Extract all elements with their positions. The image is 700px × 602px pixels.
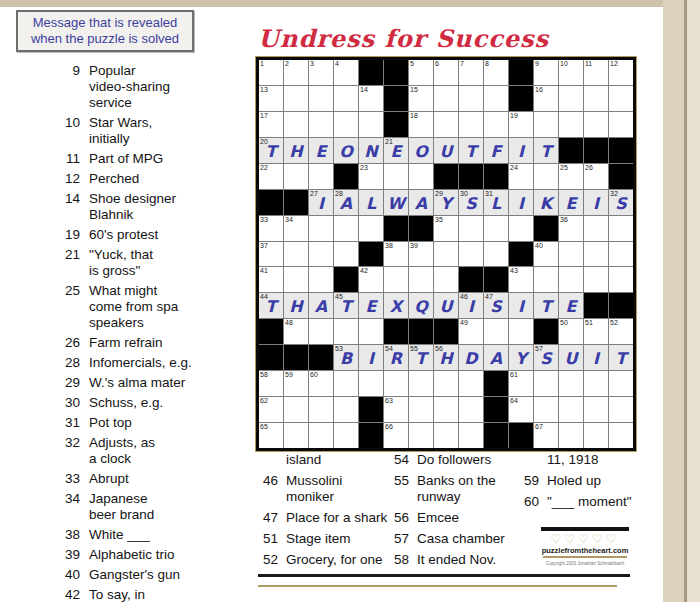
clue-number: 54 [391,452,409,468]
grid-cell[interactable] [484,112,508,137]
badge-copyright: Copyright 2003 Jonathan Schmalzbach [540,561,630,567]
grid-cell-black [559,138,583,163]
cell-number: 49 [460,319,468,327]
clue-text: What mightcome from spaspeakers [89,283,178,331]
bottom-clue-col-3: 11, 191859Holed up60"___ moment" [513,452,663,515]
grid-cell[interactable] [284,86,308,111]
revealed-letter: O [334,143,358,161]
grid-cell[interactable]: I [509,138,533,163]
clue-text: Farm refrain [89,335,163,351]
grid-cell[interactable]: Y [509,345,533,370]
grid-cell[interactable]: 20T [259,138,283,163]
clue: 32Adjusts, asa clock [28,435,248,467]
grid-cell[interactable] [334,216,358,241]
grid-cell[interactable]: 55T [409,345,433,370]
grid-cell[interactable] [359,112,383,137]
grid-cell[interactable]: D [459,345,483,370]
cell-number: 14 [360,86,368,94]
grid-cell[interactable] [309,164,333,189]
grid-cell[interactable]: 36 [559,216,583,241]
grid-cell[interactable]: I [509,293,533,318]
grid-cell[interactable]: 40 [534,242,558,267]
grid-cell[interactable]: 34 [284,216,308,241]
cell-number: 28 [335,190,343,198]
clue-text: Abrupt [89,471,129,487]
revealed-letter: D [459,350,483,368]
publisher-badge: ♡♡♡♡♡ puzzlefromtheheart.com Copyright 2… [540,527,630,567]
grid-cell[interactable]: 44T [259,293,283,318]
grid-cell[interactable] [459,371,483,396]
grid-cell-black [334,267,358,292]
grid-cell[interactable] [309,423,333,448]
clue: 1960's protest [28,227,248,243]
grid-cell[interactable] [584,216,608,241]
cell-number: 42 [360,267,368,275]
grid-cell[interactable]: Q [409,293,433,318]
grid-cell[interactable]: 53B [334,345,358,370]
grid-cell[interactable]: 1 [259,60,283,85]
cell-number: 61 [510,371,518,379]
grid-cell[interactable] [559,267,583,292]
grid-cell-black [309,345,333,370]
grid-cell[interactable]: 58 [259,371,283,396]
revealed-letter: U [434,298,458,316]
grid-cell[interactable]: L [359,190,383,215]
grid-cell[interactable] [409,371,433,396]
hearts-icon: ♡♡♡♡♡ [540,532,630,546]
grid-cell[interactable]: 27I [309,190,333,215]
grid-cell[interactable] [534,397,558,422]
grid-cell[interactable]: T [609,345,633,370]
grid-cell[interactable]: 56H [434,345,458,370]
grid-cell[interactable] [584,242,608,267]
grid-cell[interactable]: 60 [309,371,333,396]
grid-cell[interactable] [584,371,608,396]
grid-cell[interactable]: 59 [284,371,308,396]
grid-cell[interactable] [609,397,633,422]
grid-cell[interactable]: N [359,138,383,163]
grid-cell[interactable]: 28A [334,190,358,215]
grid-cell[interactable]: 24 [509,164,533,189]
grid-cell[interactable]: A [309,293,333,318]
grid-cell[interactable] [459,112,483,137]
clue: 59Holed up [513,473,663,489]
grid-cell[interactable]: T [459,138,483,163]
grid-cell[interactable]: K [534,190,558,215]
clue-number: 14 [28,191,80,223]
grid-cell[interactable]: I [509,190,533,215]
grid-cell[interactable]: 49 [459,319,483,344]
cell-number: 32 [610,190,618,198]
grid-cell[interactable]: 50 [559,319,583,344]
clue-text: "___ moment" [547,494,632,510]
clue: 60"___ moment" [513,494,663,510]
grid-cell[interactable] [284,267,308,292]
clue-text: Perched [89,171,139,187]
grid-cell[interactable] [459,242,483,267]
grid-cell[interactable] [559,86,583,111]
grid-cell[interactable] [284,423,308,448]
grid-cell[interactable]: U [434,138,458,163]
clue-text: Infomercials, e.g. [89,355,192,371]
grid-cell[interactable]: 43 [509,267,533,292]
grid-cell[interactable]: 37 [259,242,283,267]
grid-cell[interactable] [409,397,433,422]
grid-cell[interactable] [434,397,458,422]
grid-cell[interactable]: 51 [584,319,608,344]
grid-cell[interactable]: 62 [259,397,283,422]
clue-text: "Yuck, thatis gross" [89,247,153,279]
clue-number: 46 [260,473,278,505]
grid-cell[interactable]: 21E [384,138,408,163]
grid-cell[interactable] [309,216,333,241]
clue-number: 11 [28,151,80,167]
grid-cell-black [409,319,433,344]
grid-cell-black [509,242,533,267]
grid-cell[interactable]: 46I [459,293,483,318]
clue-number: 31 [28,415,80,431]
grid-cell[interactable]: 18 [409,112,433,137]
clue-number: 39 [28,547,80,563]
cell-number: 60 [310,371,318,379]
revealed-letter: T [609,350,633,368]
grid-cell[interactable] [359,371,383,396]
grid-cell[interactable] [434,423,458,448]
grid-cell[interactable]: H [284,138,308,163]
clue: 29W.'s alma mater [28,375,248,391]
revealed-letter: T [534,298,558,316]
grid-cell[interactable]: 5 [409,60,433,85]
crossword-grid: 1234567891011121314151617181920THEON21EO… [259,60,633,448]
grid-cell[interactable] [434,242,458,267]
cell-number: 6 [435,60,439,68]
grid-cell[interactable]: 2 [284,60,308,85]
grid-cell[interactable]: 16 [534,86,558,111]
grid-cell[interactable]: 12 [609,60,633,85]
grid-cell[interactable]: 41 [259,267,283,292]
clue-number: 58 [391,552,409,568]
cell-number: 19 [510,112,518,120]
grid-cell-black [459,267,483,292]
grid-cell[interactable]: T [534,138,558,163]
grid-cell[interactable]: 48 [284,319,308,344]
grid-cell[interactable]: U [559,345,583,370]
cell-number: 5 [410,60,414,68]
revealed-letter: T [534,143,558,161]
grid-cell[interactable] [334,242,358,267]
grid-cell[interactable]: W [384,190,408,215]
grid-cell[interactable] [609,86,633,111]
revealed-letter: U [434,143,458,161]
grid-cell[interactable]: H [284,293,308,318]
grid-cell[interactable] [484,86,508,111]
grid-cell[interactable] [584,397,608,422]
cell-number: 64 [510,397,518,405]
cell-number: 55 [410,345,418,353]
grid-cell[interactable] [609,371,633,396]
grid-cell[interactable] [559,423,583,448]
cell-number: 22 [260,164,268,172]
grid-cell[interactable]: 17 [259,112,283,137]
grid-cell[interactable]: 29Y [434,190,458,215]
grid-cell[interactable] [534,371,558,396]
cell-number: 35 [435,216,443,224]
callout-line-1: Message that is revealed [22,15,188,31]
grid-cell[interactable] [509,319,533,344]
grid-cell[interactable]: X [384,293,408,318]
grid-cell[interactable]: 10 [559,60,583,85]
clue: 28Infomercials, e.g. [28,355,248,371]
grid-cell-black [359,423,383,448]
grid-cell[interactable]: 33 [259,216,283,241]
grid-cell[interactable] [609,112,633,137]
grid-cell[interactable] [559,112,583,137]
grid-cell[interactable]: O [409,138,433,163]
grid-cell[interactable] [309,112,333,137]
clue: 39Alphabetic trio [28,547,248,563]
grid-cell[interactable] [584,112,608,137]
grid-cell[interactable] [459,216,483,241]
grid-cell[interactable]: F [484,138,508,163]
grid-cell-black [434,164,458,189]
grid-cell[interactable]: 19 [509,112,533,137]
clue-number: 10 [28,115,80,147]
cell-number: 38 [385,242,393,250]
grid-cell[interactable] [584,267,608,292]
grid-cell[interactable] [409,267,433,292]
grid-cell[interactable]: 6 [434,60,458,85]
clue-number: 60 [513,494,539,510]
grid-cell[interactable] [309,397,333,422]
revealed-letter: I [584,195,608,213]
grid-cell[interactable] [309,319,333,344]
grid-cell[interactable] [609,267,633,292]
grid-cell[interactable] [334,112,358,137]
cell-number: 11 [585,60,592,68]
clue-text: To say, in [89,587,145,602]
clue-number: 28 [28,355,80,371]
cell-number: 29 [435,190,443,198]
grid-cell[interactable] [384,164,408,189]
revealed-letter: H [284,143,308,161]
grid-cell[interactable]: 23 [359,164,383,189]
grid-cell[interactable] [609,216,633,241]
grid-cell[interactable] [534,112,558,137]
grid-cell[interactable]: E [359,293,383,318]
grid-cell[interactable]: E [559,190,583,215]
grid-cell[interactable] [609,423,633,448]
clue-text: Alphabetic trio [89,547,175,563]
grid-cell[interactable]: E [309,138,333,163]
revealed-letter: H [284,298,308,316]
grid-cell[interactable]: 30S [459,190,483,215]
grid-cell[interactable]: 47S [484,293,508,318]
grid-cell-black [509,86,533,111]
page-right-edge-outer [687,0,700,602]
grid-cell[interactable]: 14 [359,86,383,111]
grid-cell[interactable] [409,164,433,189]
grid-cell[interactable] [384,371,408,396]
grid-cell[interactable] [484,216,508,241]
badge-site-text: puzzlefromtheheart.com [540,546,630,555]
grid-cell[interactable]: 54R [384,345,408,370]
grid-cell[interactable]: 32S [609,190,633,215]
grid-cell[interactable]: A [409,190,433,215]
clue: 21"Yuck, thatis gross" [28,247,248,279]
grid-cell[interactable] [584,86,608,111]
callout-line-2: when the puzzle is solved [22,31,188,47]
cell-number: 51 [585,319,593,327]
revealed-letter: I [584,350,608,368]
clue-number: 19 [28,227,80,243]
grid-cell-black [534,319,558,344]
grid-cell[interactable]: 15 [409,86,433,111]
grid-cell[interactable]: 25 [559,164,583,189]
grid-cell[interactable]: 66 [384,423,408,448]
grid-cell-black [284,345,308,370]
grid-cell[interactable] [534,267,558,292]
grid-cell[interactable] [459,423,483,448]
cell-number: 25 [560,164,568,172]
grid-cell[interactable]: 63 [384,397,408,422]
clue-number: 40 [28,567,80,583]
grid-cell[interactable]: A [484,345,508,370]
grid-cell[interactable] [559,242,583,267]
grid-cell-black [609,138,633,163]
grid-cell[interactable]: U [434,293,458,318]
grid-cell[interactable] [584,423,608,448]
grid-cell[interactable] [609,242,633,267]
grid-cell[interactable]: 4 [334,60,358,85]
grid-cell[interactable] [434,371,458,396]
grid-cell-black [434,319,458,344]
cell-number: 37 [260,242,268,250]
clue-text: Emcee [417,510,459,526]
revealed-letter: I [359,350,383,368]
grid-cell-black [484,371,508,396]
grid-cell[interactable]: 22 [259,164,283,189]
left-clue-list: 9Popularvideo-sharingservice10Star Wars,… [28,63,248,602]
grid-cell[interactable] [334,397,358,422]
grid-cell[interactable]: 31L [484,190,508,215]
cell-number: 15 [410,86,418,94]
clue-text: Do followers [417,452,491,468]
grid-cell[interactable]: I [359,345,383,370]
clue: 12Perched [28,171,248,187]
grid-cell[interactable] [359,319,383,344]
revealed-letter: I [509,298,533,316]
grid-cell[interactable] [284,164,308,189]
cell-number: 30 [460,190,468,198]
clue-number: 57 [391,531,409,547]
grid-cell[interactable]: 35 [434,216,458,241]
grid-cell[interactable] [434,112,458,137]
revealed-letter: Q [409,298,433,316]
grid-cell[interactable] [559,397,583,422]
grid-cell[interactable]: 38 [384,242,408,267]
grid-cell[interactable]: 8 [484,60,508,85]
grid-cell[interactable] [534,164,558,189]
grid-cell[interactable]: O [334,138,358,163]
grid-cell[interactable] [484,242,508,267]
clue-text: Popularvideo-sharingservice [89,63,170,111]
grid-cell[interactable] [334,371,358,396]
cell-number: 66 [385,423,393,431]
grid-cell[interactable]: 13 [259,86,283,111]
grid-cell[interactable]: E [559,293,583,318]
grid-cell[interactable] [334,319,358,344]
grid-cell[interactable]: 64 [509,397,533,422]
grid-cell[interactable]: 52 [609,319,633,344]
grid-cell[interactable]: 42 [359,267,383,292]
grid-cell[interactable] [459,86,483,111]
grid-cell[interactable] [309,242,333,267]
grid-cell[interactable]: 57S [534,345,558,370]
grid-cell[interactable] [459,397,483,422]
cell-number: 24 [510,164,518,172]
grid-cell[interactable]: 45T [334,293,358,318]
grid-cell[interactable] [384,267,408,292]
grid-cell[interactable] [334,86,358,111]
grid-cell[interactable] [559,371,583,396]
revealed-letter: W [384,195,408,213]
cell-number: 54 [385,345,393,353]
clue-number: 34 [28,491,80,523]
grid-cell[interactable]: 65 [259,423,283,448]
grid-cell[interactable]: 39 [409,242,433,267]
clue: 33Abrupt [28,471,248,487]
grid-cell[interactable] [434,86,458,111]
grid-cell[interactable] [509,216,533,241]
grid-cell[interactable]: I [584,190,608,215]
cell-number: 34 [285,216,293,224]
revealed-letter: Y [509,350,533,368]
grid-cell[interactable] [309,267,333,292]
grid-cell[interactable]: 61 [509,371,533,396]
grid-cell[interactable]: I [584,345,608,370]
grid-cell[interactable]: 3 [309,60,333,85]
clue: 31Pot top [28,415,248,431]
clue-text: Adjusts, asa clock [89,435,155,467]
revealed-letter: K [534,195,558,213]
grid-cell[interactable] [284,242,308,267]
grid-cell[interactable] [409,423,433,448]
grid-cell[interactable] [359,216,383,241]
grid-cell[interactable] [484,319,508,344]
grid-cell[interactable]: 11 [584,60,608,85]
grid-cell[interactable] [284,112,308,137]
revealed-letter: X [384,298,408,316]
revealed-letter: U [559,350,583,368]
grid-cell[interactable] [309,86,333,111]
grid-cell[interactable] [434,267,458,292]
grid-cell[interactable] [284,397,308,422]
grid-cell[interactable]: 9 [534,60,558,85]
clue-number: 29 [28,375,80,391]
grid-cell[interactable]: 67 [534,423,558,448]
grid-cell[interactable]: 26 [584,164,608,189]
page: Message that is revealed when the puzzle… [0,0,700,602]
grid-cell[interactable]: 7 [459,60,483,85]
grid-cell-black [384,112,408,137]
cell-number: 53 [335,345,343,353]
cell-number: 13 [260,86,268,94]
clue-text: Schuss, e.g. [89,395,163,411]
cell-number: 31 [485,190,493,198]
grid-cell[interactable] [334,423,358,448]
grid-cell-black [359,60,383,85]
grid-cell[interactable]: T [534,293,558,318]
